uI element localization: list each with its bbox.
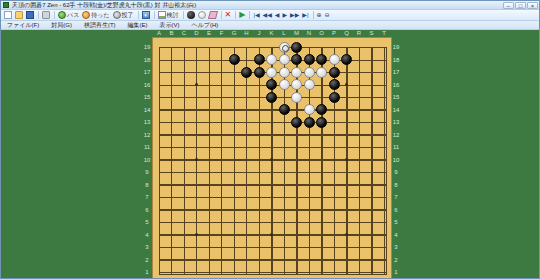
white-stone-icon: [198, 11, 206, 19]
save-icon: [26, 11, 34, 19]
row-label-right-2: 2: [394, 257, 397, 263]
row-label-right-11: 11: [393, 144, 399, 150]
nav-first-icon: |◀: [253, 11, 259, 19]
black-stone-K15[interactable]: [266, 92, 277, 103]
toolbar-separator: [221, 11, 222, 19]
menu-view[interactable]: 表示(V): [154, 21, 186, 30]
zoom-out-button[interactable]: ⊖: [324, 10, 331, 20]
row-label-right-5: 5: [394, 219, 397, 225]
white-stone-K17[interactable]: [266, 67, 277, 78]
nav-back-icon: ◀: [275, 11, 280, 19]
print-button[interactable]: [41, 10, 51, 20]
col-label-T: T: [382, 30, 386, 36]
undo-icon: [82, 11, 90, 19]
play-icon: ▶: [239, 11, 245, 19]
black-stone-P15[interactable]: [329, 92, 340, 103]
star-point-Q4: [345, 233, 348, 236]
row-label-right-4: 4: [394, 232, 397, 238]
white-stone-M16[interactable]: [291, 79, 302, 90]
open-folder-icon: [15, 11, 23, 19]
row-label-left-7: 7: [145, 194, 148, 200]
menu-bar: ファイル(F)対局(G)棋譜再生(T)編集(E)表示(V)ヘルプ(H): [1, 21, 539, 30]
col-label-B: B: [169, 30, 173, 36]
black-stone-M18[interactable]: [291, 54, 302, 65]
white-stone-L16[interactable]: [279, 79, 290, 90]
col-label-J: J: [258, 30, 261, 36]
row-label-left-9: 9: [145, 169, 148, 175]
erase-button[interactable]: [208, 10, 218, 20]
pass-icon: [58, 11, 66, 19]
white-stone-L18[interactable]: [279, 54, 290, 65]
star-point-K10: [270, 158, 273, 161]
row-label-right-13: 13: [393, 119, 400, 125]
black-stone-N13[interactable]: [304, 117, 315, 128]
black-stone-M13[interactable]: [291, 117, 302, 128]
black-stone-O18[interactable]: [316, 54, 327, 65]
star-point-D4: [195, 233, 198, 236]
close-button[interactable]: ×: [527, 2, 538, 9]
resign-icon: [113, 11, 121, 19]
minimize-button[interactable]: −: [503, 2, 514, 9]
white-stone-L19[interactable]: [279, 42, 290, 53]
row-label-left-17: 17: [144, 69, 151, 75]
toolbar-separator: [38, 11, 39, 19]
black-stone-H17[interactable]: [241, 67, 252, 78]
row-label-left-14: 14: [144, 107, 151, 113]
row-label-right-15: 15: [393, 94, 400, 100]
nav-last-button[interactable]: ▶|: [301, 10, 309, 20]
black-stone-Q18[interactable]: [341, 54, 352, 65]
row-label-left-16: 16: [144, 82, 151, 88]
menu-replay[interactable]: 棋譜再生(T): [78, 21, 122, 30]
row-label-right-8: 8: [394, 182, 397, 188]
col-label-P: P: [332, 30, 336, 36]
open-file-button[interactable]: [14, 10, 24, 20]
star-point-Q16: [345, 83, 348, 86]
menu-game[interactable]: 対局(G): [45, 21, 78, 30]
white-stone-N17[interactable]: [304, 67, 315, 78]
zoom-in-icon: ⊕: [317, 11, 322, 19]
col-label-H: H: [244, 30, 248, 36]
row-label-left-13: 13: [144, 119, 151, 125]
menu-file[interactable]: ファイル(F): [1, 21, 45, 30]
nav-forward-button[interactable]: ▶: [281, 10, 288, 20]
toolbar-separator: [249, 11, 250, 19]
star-point-K4: [270, 233, 273, 236]
white-stone-K18[interactable]: [266, 54, 277, 65]
eraser-icon: [207, 11, 217, 19]
row-label-left-11: 11: [144, 144, 150, 150]
row-label-right-14: 14: [393, 107, 400, 113]
black-stone-K16[interactable]: [266, 79, 277, 90]
col-label-Q: Q: [344, 30, 349, 36]
last-move-marker: [282, 45, 289, 52]
row-label-left-8: 8: [145, 182, 148, 188]
black-stone-O14[interactable]: [316, 104, 327, 115]
menu-edit[interactable]: 編集(E): [122, 21, 154, 30]
row-label-left-1: 1: [145, 269, 148, 275]
black-stone-M19[interactable]: [291, 42, 302, 53]
white-stone-O17[interactable]: [316, 67, 327, 78]
save-button[interactable]: [25, 10, 35, 20]
toolbar: パス待った投了▾検討✕▶|◀◀◀◀▶▶▶▶|⊕⊖: [1, 10, 539, 21]
new-file-icon: [4, 11, 12, 19]
col-label-F: F: [220, 30, 224, 36]
row-label-left-4: 4: [145, 232, 148, 238]
pass-button[interactable]: パス: [57, 10, 80, 20]
analyze-button-label: 検討: [167, 11, 179, 20]
row-label-right-17: 17: [393, 69, 400, 75]
toolbar-separator: [183, 11, 184, 19]
row-label-right-12: 12: [393, 132, 400, 138]
new-file-button[interactable]: [3, 10, 13, 20]
row-label-right-9: 9: [394, 169, 397, 175]
col-label-O: O: [319, 30, 324, 36]
row-label-right-7: 7: [394, 194, 397, 200]
white-stone-M17[interactable]: [291, 67, 302, 78]
row-label-right-19: 19: [393, 44, 400, 50]
row-label-left-10: 10: [144, 157, 151, 163]
nav-back-button[interactable]: ◀: [274, 10, 281, 20]
toolbar-separator: [235, 11, 236, 19]
black-stone-P16[interactable]: [329, 79, 340, 90]
delete-button[interactable]: ✕: [224, 10, 233, 20]
zoom-in-button[interactable]: ⊕: [316, 10, 323, 20]
row-label-right-1: 1: [394, 269, 397, 275]
star-point-D16: [195, 83, 198, 86]
black-stone-O13[interactable]: [316, 117, 327, 128]
row-label-right-18: 18: [393, 57, 400, 63]
row-label-left-18: 18: [144, 57, 151, 63]
menu-help[interactable]: ヘルプ(H): [186, 21, 225, 30]
print-icon: [42, 11, 50, 19]
app-window: 天頂の囲碁7 Zen - 62手 十段戦(金)/芝野虎丸十段(黒) 対 井山裕太…: [0, 0, 540, 279]
black-stone-L14[interactable]: [279, 104, 290, 115]
zoom-out-icon: ⊖: [325, 11, 330, 19]
toolbar-separator: [138, 11, 139, 19]
place-black-button[interactable]: [186, 10, 196, 20]
black-stone-J18[interactable]: [254, 54, 265, 65]
nav-back10-button[interactable]: ◀◀: [262, 10, 273, 20]
white-stone-M15[interactable]: [291, 92, 302, 103]
col-label-D: D: [194, 30, 198, 36]
col-label-A: A: [157, 30, 161, 36]
place-white-button[interactable]: [197, 10, 207, 20]
row-label-left-6: 6: [145, 207, 148, 213]
white-stone-N14[interactable]: [304, 104, 315, 115]
row-label-left-2: 2: [145, 257, 148, 263]
row-label-right-10: 10: [393, 157, 400, 163]
col-label-N: N: [307, 30, 311, 36]
col-label-M: M: [294, 30, 299, 36]
toolbar-separator: [313, 11, 314, 19]
col-label-L: L: [282, 30, 285, 36]
row-label-left-3: 3: [145, 244, 148, 250]
window-title: 天頂の囲碁7 Zen - 62手 十段戦(金)/芝野虎丸十段(黒) 対 井山裕太…: [12, 1, 503, 10]
nav-forward10-icon: ▶▶: [290, 11, 299, 19]
row-label-left-5: 5: [145, 219, 148, 225]
col-label-C: C: [182, 30, 186, 36]
black-stone-icon: [187, 11, 195, 19]
col-label-S: S: [369, 30, 373, 36]
nav-first-button[interactable]: |◀: [252, 10, 260, 20]
delete-x-icon: ✕: [225, 11, 232, 19]
title-bar[interactable]: 天頂の囲碁7 Zen - 62手 十段戦(金)/芝野虎丸十段(黒) 対 井山裕太…: [1, 1, 539, 10]
white-stone-N16[interactable]: [304, 79, 315, 90]
white-stone-P18[interactable]: [329, 54, 340, 65]
black-stone-G18[interactable]: [229, 54, 240, 65]
star-point-D10: [195, 158, 198, 161]
row-label-right-6: 6: [394, 207, 397, 213]
resign-button-label: 投了: [122, 11, 134, 20]
app-icon: [3, 2, 9, 8]
row-label-left-12: 12: [144, 132, 151, 138]
resign-button[interactable]: 投了: [112, 10, 135, 20]
star-point-Q10: [345, 158, 348, 161]
nav-back10-icon: ◀◀: [263, 11, 272, 19]
toolbar-separator: [154, 11, 155, 19]
row-label-right-3: 3: [394, 244, 397, 250]
undo-button-label: 待った: [91, 11, 109, 20]
col-label-E: E: [207, 30, 211, 36]
analyze-button[interactable]: 検討: [157, 10, 180, 20]
nav-forward10-button[interactable]: ▶▶: [289, 10, 300, 20]
black-stone-J17[interactable]: [254, 67, 265, 78]
mode-button[interactable]: ▾: [141, 10, 151, 20]
row-label-left-19: 19: [144, 44, 151, 50]
undo-button[interactable]: 待った: [81, 10, 110, 20]
play-button[interactable]: ▶: [238, 10, 246, 20]
row-label-left-15: 15: [144, 94, 151, 100]
analyze-icon: [158, 11, 166, 19]
white-stone-L17[interactable]: [279, 67, 290, 78]
maximize-button[interactable]: □: [515, 2, 526, 9]
row-label-right-16: 16: [393, 82, 400, 88]
col-label-G: G: [232, 30, 237, 36]
nav-last-icon: ▶|: [302, 11, 308, 19]
mode-icon: ▾: [142, 11, 150, 19]
pass-button-label: パス: [67, 11, 79, 20]
col-label-R: R: [357, 30, 361, 36]
col-label-K: K: [269, 30, 273, 36]
black-stone-P17[interactable]: [329, 67, 340, 78]
black-stone-N18[interactable]: [304, 54, 315, 65]
toolbar-separator: [54, 11, 55, 19]
nav-forward-icon: ▶: [282, 11, 287, 19]
